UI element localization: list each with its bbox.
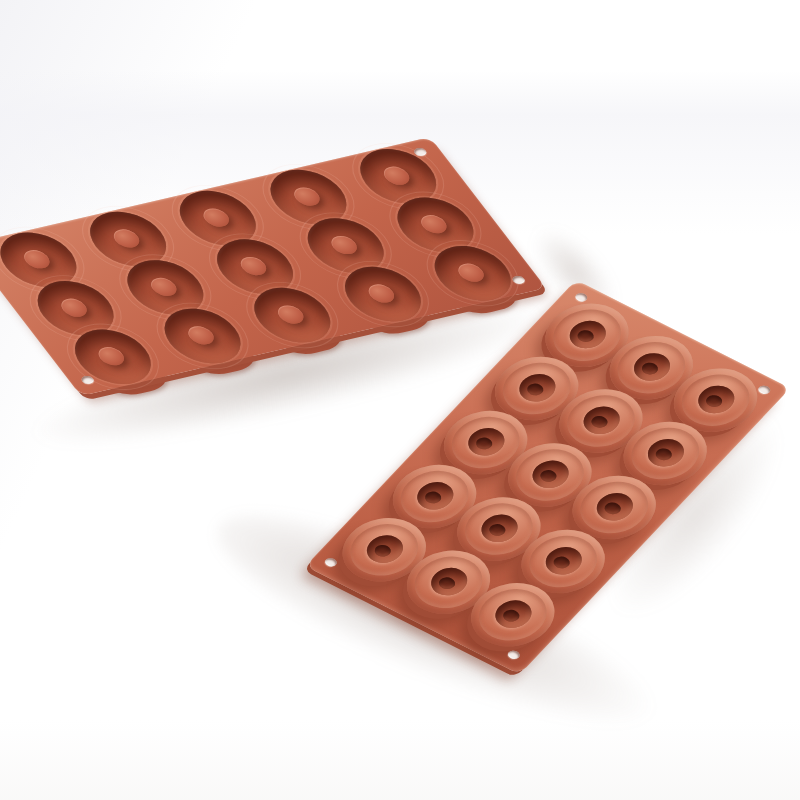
- crater-hole: [436, 575, 458, 591]
- cavity-center-post: [236, 255, 271, 277]
- crater-hole: [551, 554, 573, 570]
- crater-hole: [372, 543, 394, 559]
- crater-hole: [575, 328, 597, 344]
- crater-hole: [422, 489, 444, 505]
- cavity-center-post: [379, 165, 414, 187]
- crater-hole: [588, 414, 610, 430]
- cavity-center-post: [453, 261, 488, 283]
- crater-hole: [639, 360, 661, 376]
- crater-hole: [602, 500, 624, 516]
- crater-hole: [487, 521, 509, 537]
- product-photo-scene: [0, 0, 800, 800]
- crater-hole: [703, 393, 725, 409]
- cavity-center-post: [416, 213, 451, 235]
- crater-hole: [524, 381, 546, 397]
- cavity-center-post: [274, 303, 309, 325]
- cavity-center-post: [184, 324, 219, 346]
- crater-hole: [652, 446, 674, 462]
- cavity-center-post: [57, 296, 92, 318]
- cavity-center-post: [110, 227, 145, 249]
- crater-hole: [473, 435, 495, 451]
- cavity-center-post: [147, 276, 182, 298]
- cavity-center-post: [20, 248, 55, 270]
- crater-hole: [500, 608, 522, 624]
- cavity-center-post: [363, 282, 398, 304]
- cavity-center-post: [289, 186, 324, 208]
- cavity-center-post: [94, 345, 129, 367]
- cavity-center-post: [199, 206, 234, 228]
- cavity-center-post: [326, 234, 361, 256]
- crater-hole: [537, 468, 559, 484]
